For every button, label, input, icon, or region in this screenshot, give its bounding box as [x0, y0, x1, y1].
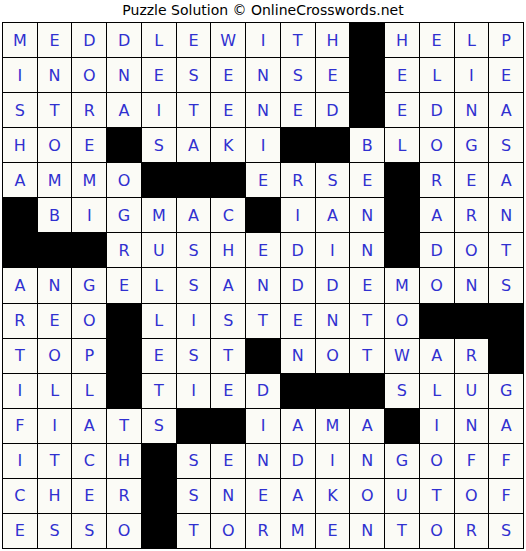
letter-cell: O — [455, 479, 490, 514]
letter-cell: S — [177, 233, 212, 268]
letter-cell: A — [281, 479, 316, 514]
letter-cell: I — [316, 233, 351, 268]
letter-cell: N — [489, 198, 524, 233]
black-cell — [281, 128, 316, 163]
letter-cell: E — [211, 93, 246, 128]
letter-cell: R — [72, 93, 107, 128]
letter-cell: R — [3, 304, 38, 339]
letter-cell: T — [246, 304, 281, 339]
black-cell — [142, 514, 177, 549]
letter-cell: U — [142, 233, 177, 268]
letter-cell: D — [316, 93, 351, 128]
letter-cell: E — [246, 163, 281, 198]
letter-cell: G — [107, 198, 142, 233]
letter-cell: G — [489, 374, 524, 409]
black-cell — [3, 198, 38, 233]
letter-cell: D — [72, 23, 107, 58]
letter-cell: S — [177, 339, 212, 374]
black-cell — [142, 163, 177, 198]
letter-cell: S — [177, 268, 212, 303]
letter-cell: G — [72, 268, 107, 303]
letter-cell: E — [246, 233, 281, 268]
letter-cell: H — [38, 479, 73, 514]
letter-cell: E — [211, 58, 246, 93]
letter-cell: S — [316, 163, 351, 198]
letter-cell: O — [385, 304, 420, 339]
letter-cell: F — [455, 444, 490, 479]
letter-cell: M — [142, 198, 177, 233]
letter-cell: L — [420, 374, 455, 409]
letter-cell: K — [211, 128, 246, 163]
letter-cell: T — [142, 374, 177, 409]
letter-cell: T — [38, 444, 73, 479]
letter-cell: S — [72, 514, 107, 549]
letter-cell: E — [3, 514, 38, 549]
letter-cell: A — [72, 409, 107, 444]
letter-cell: C — [211, 198, 246, 233]
letter-cell: N — [38, 58, 73, 93]
black-cell — [107, 304, 142, 339]
letter-cell: T — [211, 339, 246, 374]
letter-cell: N — [350, 198, 385, 233]
black-cell — [489, 339, 524, 374]
letter-cell: E — [72, 128, 107, 163]
letter-cell: O — [420, 514, 455, 549]
letter-cell: T — [489, 233, 524, 268]
black-cell — [142, 444, 177, 479]
letter-cell: N — [350, 444, 385, 479]
letter-cell: S — [489, 268, 524, 303]
letter-cell: H — [3, 128, 38, 163]
letter-cell: M — [38, 163, 73, 198]
letter-cell: N — [246, 58, 281, 93]
letter-cell: A — [281, 409, 316, 444]
black-cell — [107, 374, 142, 409]
letter-cell: T — [420, 479, 455, 514]
letter-cell: L — [38, 374, 73, 409]
letter-cell: O — [211, 514, 246, 549]
letter-cell: O — [72, 58, 107, 93]
black-cell — [385, 409, 420, 444]
letter-cell: A — [177, 198, 212, 233]
black-cell — [177, 409, 212, 444]
letter-cell: L — [142, 23, 177, 58]
letter-cell: T — [107, 409, 142, 444]
letter-cell: S — [142, 128, 177, 163]
letter-cell: A — [211, 268, 246, 303]
letter-cell: E — [211, 444, 246, 479]
black-cell — [177, 163, 212, 198]
letter-cell: F — [3, 409, 38, 444]
letter-cell: H — [385, 23, 420, 58]
black-cell — [211, 163, 246, 198]
letter-cell: I — [3, 58, 38, 93]
letter-cell: E — [72, 479, 107, 514]
letter-cell: O — [420, 444, 455, 479]
letter-cell: L — [385, 128, 420, 163]
letter-cell: W — [211, 23, 246, 58]
letter-cell: G — [455, 128, 490, 163]
black-cell — [211, 409, 246, 444]
letter-cell: O — [420, 128, 455, 163]
letter-cell: E — [350, 268, 385, 303]
letter-cell: R — [107, 479, 142, 514]
black-cell — [246, 198, 281, 233]
letter-cell: A — [489, 93, 524, 128]
letter-cell: I — [142, 93, 177, 128]
letter-cell: P — [489, 23, 524, 58]
puzzle-solution-page: Puzzle Solution © OnlineCrosswords.net M… — [0, 0, 526, 551]
letter-cell: S — [177, 444, 212, 479]
letter-cell: E — [211, 374, 246, 409]
letter-cell: A — [489, 409, 524, 444]
black-cell — [489, 304, 524, 339]
letter-cell: N — [246, 268, 281, 303]
letter-cell: C — [72, 444, 107, 479]
letter-cell: R — [107, 233, 142, 268]
letter-cell: S — [281, 58, 316, 93]
letter-cell: L — [420, 58, 455, 93]
black-cell — [107, 339, 142, 374]
letter-cell: R — [455, 514, 490, 549]
letter-cell: I — [3, 374, 38, 409]
black-cell — [350, 374, 385, 409]
letter-cell: O — [455, 233, 490, 268]
letter-cell: U — [385, 479, 420, 514]
letter-cell: S — [3, 93, 38, 128]
letter-cell: I — [246, 128, 281, 163]
letter-cell: E — [489, 58, 524, 93]
letter-cell: A — [420, 198, 455, 233]
black-cell — [38, 233, 73, 268]
letter-cell: A — [177, 128, 212, 163]
letter-cell: I — [246, 23, 281, 58]
black-cell — [350, 93, 385, 128]
letter-cell: E — [142, 339, 177, 374]
letter-cell: E — [420, 23, 455, 58]
letter-cell: D — [420, 93, 455, 128]
letter-cell: O — [72, 304, 107, 339]
letter-cell: T — [350, 304, 385, 339]
letter-cell: N — [455, 409, 490, 444]
black-cell — [350, 23, 385, 58]
letter-cell: I — [455, 58, 490, 93]
letter-cell: T — [177, 93, 212, 128]
letter-cell: L — [455, 23, 490, 58]
letter-cell: T — [3, 339, 38, 374]
letter-cell: L — [142, 304, 177, 339]
letter-cell: H — [211, 233, 246, 268]
black-cell — [107, 128, 142, 163]
letter-cell: E — [385, 58, 420, 93]
black-cell — [455, 304, 490, 339]
letter-cell: I — [177, 374, 212, 409]
letter-cell: I — [281, 198, 316, 233]
letter-cell: T — [350, 339, 385, 374]
black-cell — [281, 374, 316, 409]
letter-cell: A — [3, 268, 38, 303]
black-cell — [385, 233, 420, 268]
black-cell — [385, 198, 420, 233]
letter-cell: E — [281, 304, 316, 339]
letter-cell: S — [385, 374, 420, 409]
letter-cell: M — [385, 268, 420, 303]
letter-cell: M — [3, 23, 38, 58]
crossword-grid: MEDDLEWITHHELPINONESENSEELIESTRAITENEDED… — [2, 22, 524, 549]
letter-cell: C — [3, 479, 38, 514]
letter-cell: G — [385, 444, 420, 479]
letter-cell: O — [107, 514, 142, 549]
black-cell — [3, 233, 38, 268]
letter-cell: R — [455, 198, 490, 233]
letter-cell: F — [489, 444, 524, 479]
letter-cell: E — [107, 268, 142, 303]
letter-cell: D — [281, 233, 316, 268]
letter-cell: T — [281, 23, 316, 58]
letter-cell: I — [72, 198, 107, 233]
letter-cell: E — [281, 93, 316, 128]
letter-cell: D — [316, 268, 351, 303]
letter-cell: I — [316, 444, 351, 479]
letter-cell: M — [316, 409, 351, 444]
letter-cell: I — [420, 409, 455, 444]
letter-cell: M — [281, 514, 316, 549]
letter-cell: N — [107, 58, 142, 93]
letter-cell: F — [489, 479, 524, 514]
letter-cell: N — [455, 268, 490, 303]
letter-cell: P — [72, 339, 107, 374]
letter-cell: N — [455, 93, 490, 128]
letter-cell: N — [38, 268, 73, 303]
black-cell — [420, 304, 455, 339]
letter-cell: A — [107, 93, 142, 128]
letter-cell: A — [420, 339, 455, 374]
letter-cell: D — [107, 23, 142, 58]
letter-cell: N — [350, 514, 385, 549]
letter-cell: A — [316, 198, 351, 233]
letter-cell: D — [281, 268, 316, 303]
letter-cell: U — [455, 374, 490, 409]
letter-cell: I — [246, 409, 281, 444]
letter-cell: R — [246, 514, 281, 549]
black-cell — [350, 58, 385, 93]
letter-cell: I — [3, 444, 38, 479]
letter-cell: E — [385, 93, 420, 128]
letter-cell: O — [107, 163, 142, 198]
black-cell — [72, 233, 107, 268]
letter-cell: E — [246, 479, 281, 514]
black-cell — [316, 374, 351, 409]
letter-cell: S — [177, 58, 212, 93]
letter-cell: E — [316, 58, 351, 93]
letter-cell: R — [455, 339, 490, 374]
letter-cell: S — [38, 514, 73, 549]
letter-cell: N — [246, 444, 281, 479]
letter-cell: I — [177, 304, 212, 339]
letter-cell: E — [350, 163, 385, 198]
black-cell — [142, 479, 177, 514]
letter-cell: S — [489, 514, 524, 549]
letter-cell: T — [38, 93, 73, 128]
letter-cell: N — [350, 233, 385, 268]
letter-cell: L — [142, 268, 177, 303]
letter-cell: O — [38, 128, 73, 163]
letter-cell: O — [38, 339, 73, 374]
letter-cell: E — [316, 514, 351, 549]
page-title: Puzzle Solution © OnlineCrosswords.net — [0, 0, 526, 21]
letter-cell: H — [107, 444, 142, 479]
letter-cell: S — [211, 304, 246, 339]
letter-cell: O — [316, 339, 351, 374]
letter-cell: M — [72, 163, 107, 198]
letter-cell: E — [455, 163, 490, 198]
letter-cell: S — [489, 128, 524, 163]
letter-cell: N — [211, 479, 246, 514]
letter-cell: N — [246, 93, 281, 128]
letter-cell: T — [177, 514, 212, 549]
letter-cell: O — [350, 479, 385, 514]
letter-cell: O — [420, 268, 455, 303]
letter-cell: A — [350, 409, 385, 444]
letter-cell: D — [246, 374, 281, 409]
letter-cell: N — [316, 304, 351, 339]
letter-cell: E — [177, 23, 212, 58]
letter-cell: L — [72, 374, 107, 409]
letter-cell: E — [142, 58, 177, 93]
letter-cell: K — [316, 479, 351, 514]
letter-cell: E — [38, 23, 73, 58]
black-cell — [385, 163, 420, 198]
letter-cell: R — [281, 163, 316, 198]
letter-cell: R — [420, 163, 455, 198]
letter-cell: S — [177, 479, 212, 514]
letter-cell: D — [281, 444, 316, 479]
letter-cell: W — [385, 339, 420, 374]
letter-cell: A — [489, 163, 524, 198]
letter-cell: B — [350, 128, 385, 163]
letter-cell: N — [281, 339, 316, 374]
letter-cell: T — [385, 514, 420, 549]
letter-cell: I — [38, 409, 73, 444]
letter-cell: D — [420, 233, 455, 268]
black-cell — [316, 128, 351, 163]
letter-cell: H — [316, 23, 351, 58]
letter-cell: S — [142, 409, 177, 444]
letter-cell: B — [38, 198, 73, 233]
letter-cell: E — [38, 304, 73, 339]
black-cell — [246, 339, 281, 374]
letter-cell: A — [3, 163, 38, 198]
